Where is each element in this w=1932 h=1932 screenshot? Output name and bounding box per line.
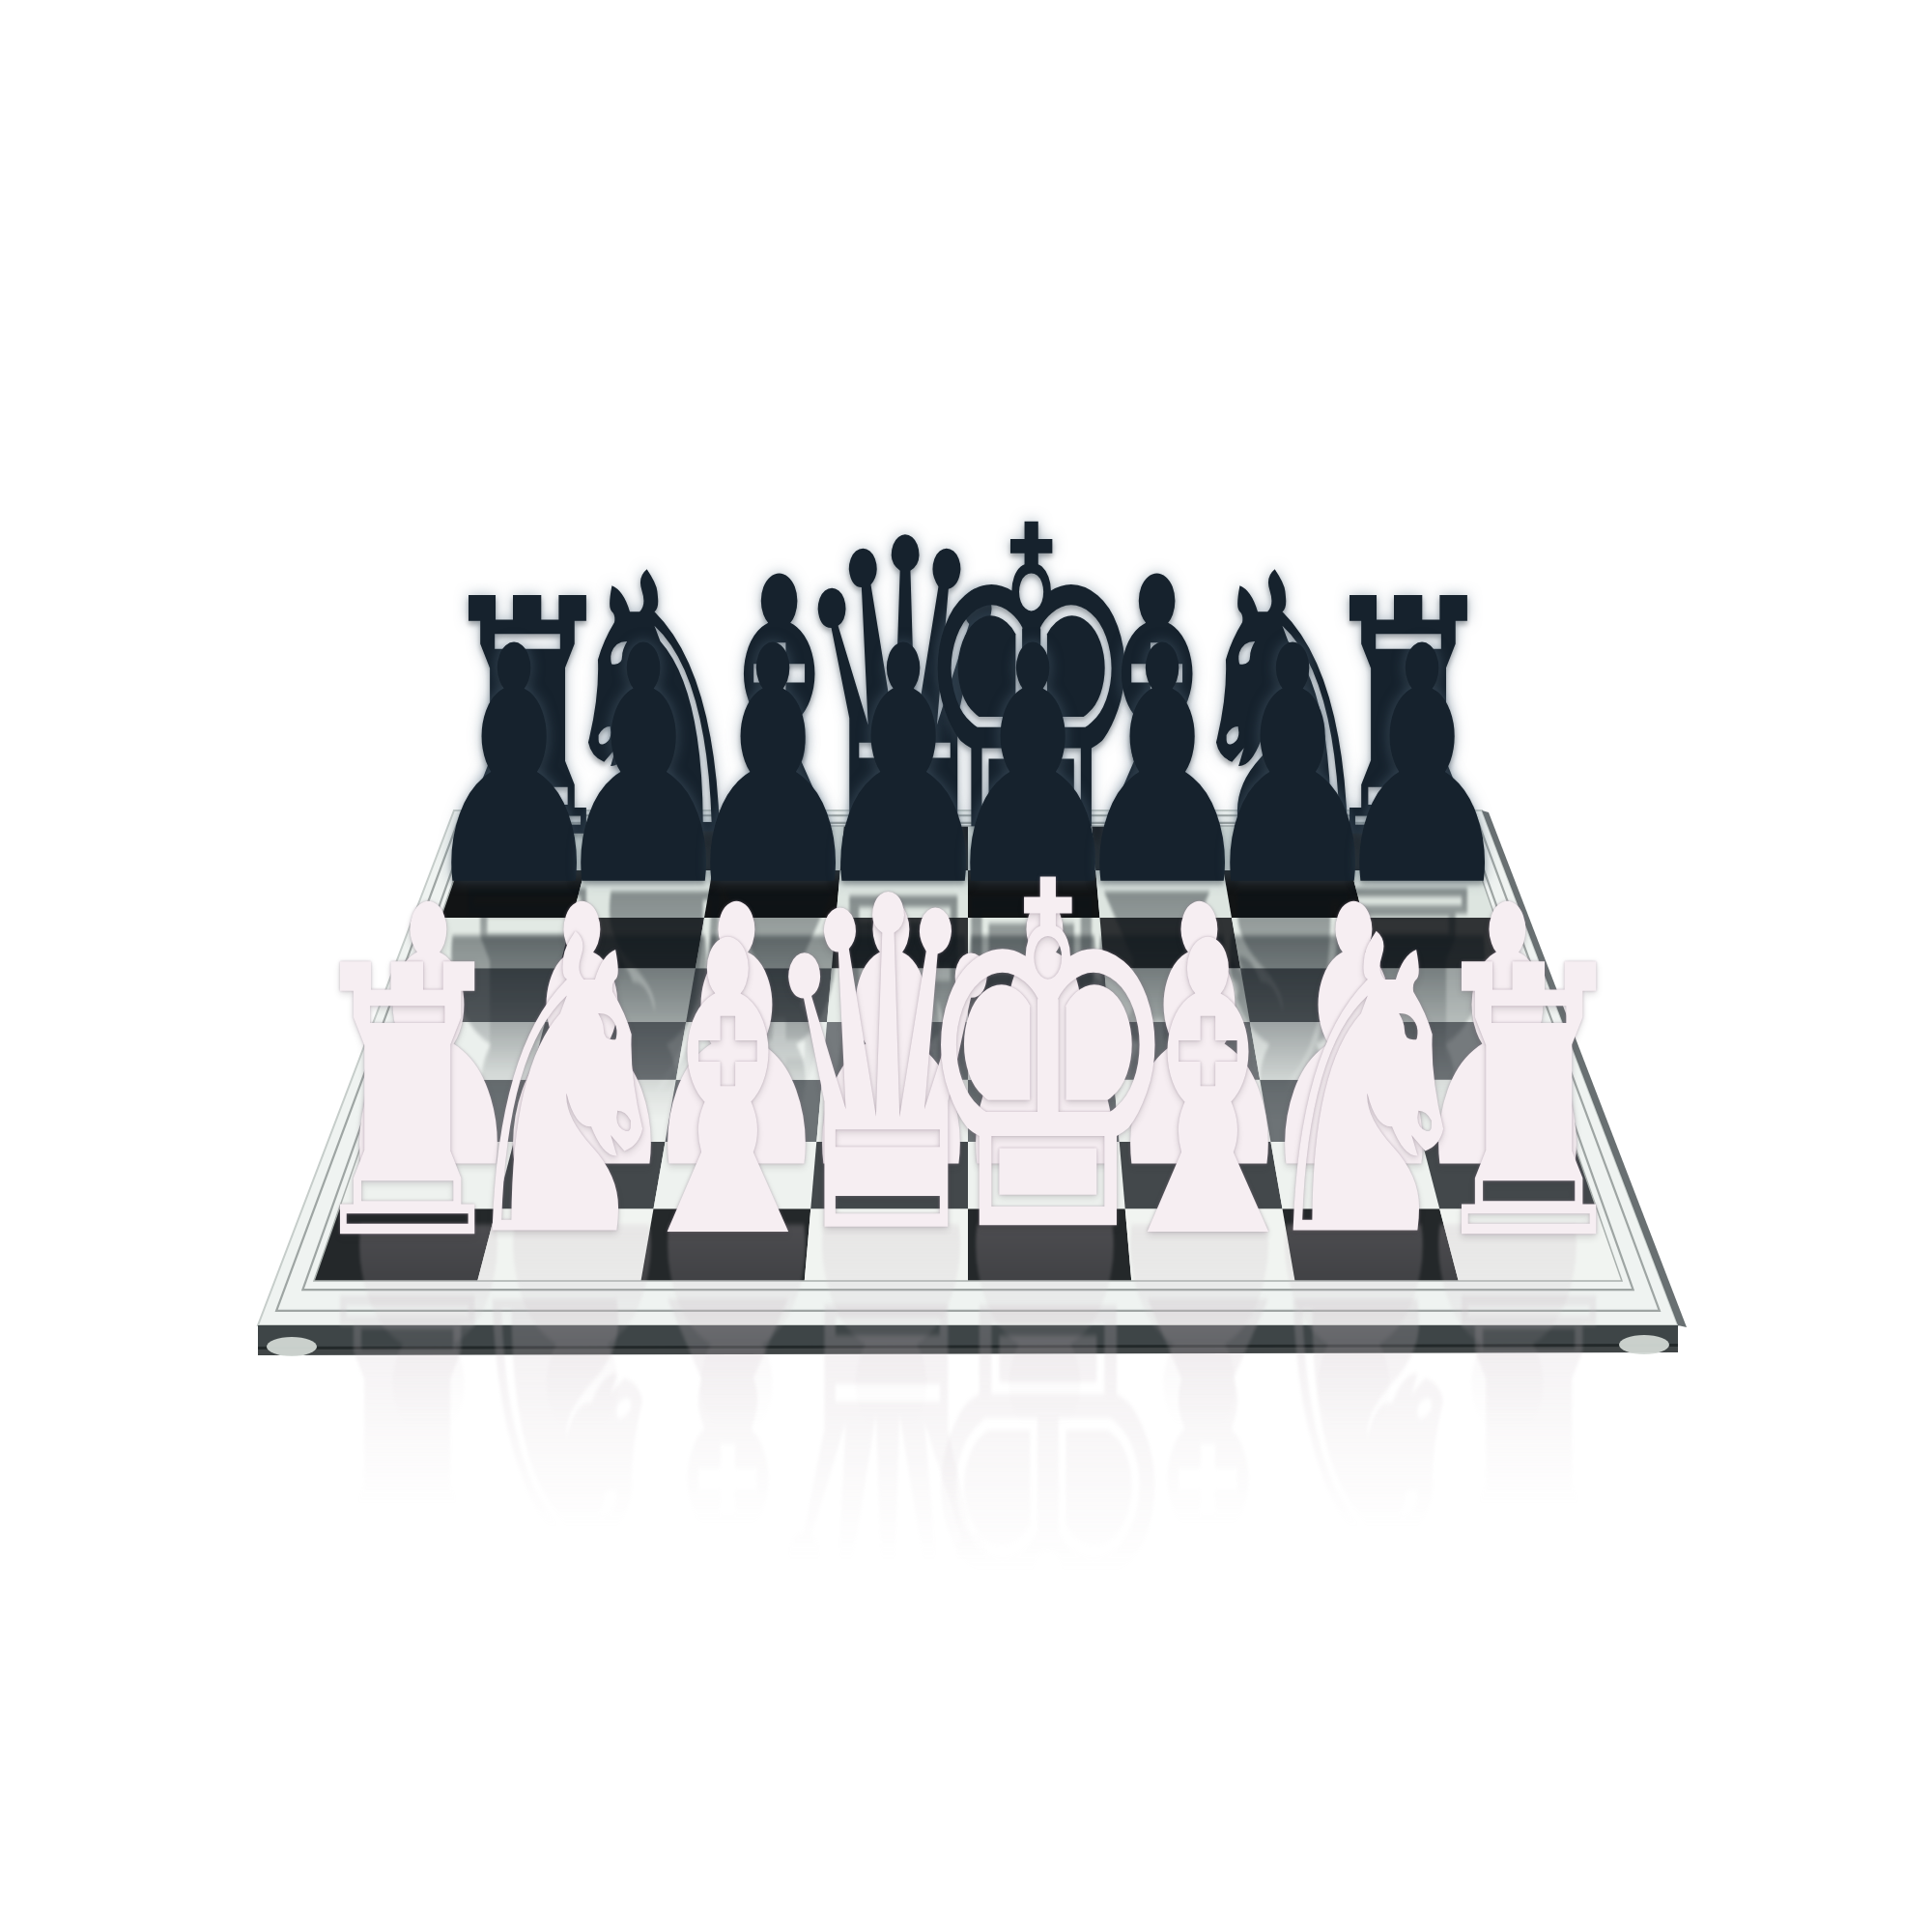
square-c2 (654, 1142, 817, 1208)
square-f2 (1120, 1142, 1283, 1208)
square-d4 (822, 1022, 968, 1080)
square-c8 (713, 826, 844, 870)
glass-chess-set-photo: ♜♜♞♞♝♝♛♛♚♚♝♝♞♞♜♜♟♟♟♟♟♟♟♟♟♟♟♟♟♟♟♟♟♟♟♟♟♟♟♟… (0, 0, 1932, 1932)
square-f3 (1114, 1080, 1270, 1142)
square-c1 (641, 1208, 811, 1281)
square-b3 (514, 1080, 676, 1142)
square-g2 (1270, 1142, 1439, 1208)
square-a4 (384, 1022, 546, 1080)
square-e2 (968, 1142, 1125, 1208)
square-d2 (810, 1142, 968, 1208)
square-h7 (1351, 870, 1495, 918)
square-a7 (440, 870, 584, 918)
square-d3 (816, 1080, 968, 1142)
square-h6 (1363, 918, 1513, 968)
square-b8 (584, 826, 720, 870)
square-h5 (1377, 968, 1531, 1022)
square-g6 (1232, 918, 1377, 968)
square-a5 (404, 968, 558, 1022)
square-g1 (1282, 1208, 1458, 1281)
square-f5 (1104, 968, 1250, 1022)
square-h1 (1439, 1208, 1622, 1281)
square-d8 (840, 826, 968, 870)
board-foot-left (267, 1337, 317, 1356)
square-f1 (1125, 1208, 1295, 1281)
square-f4 (1109, 1022, 1260, 1080)
square-h8 (1340, 826, 1479, 870)
square-h2 (1422, 1142, 1597, 1208)
square-c6 (696, 918, 837, 968)
square-g5 (1240, 968, 1391, 1022)
square-f6 (1099, 918, 1240, 968)
square-e4 (968, 1022, 1114, 1080)
square-g8 (1215, 826, 1350, 870)
square-a1 (314, 1208, 497, 1281)
square-e5 (968, 968, 1109, 1022)
square-b6 (559, 918, 704, 968)
square-b2 (497, 1142, 666, 1208)
square-g4 (1250, 1022, 1406, 1080)
square-f8 (1092, 826, 1223, 870)
square-b4 (530, 1022, 687, 1080)
square-e3 (968, 1080, 1120, 1142)
square-c5 (686, 968, 832, 1022)
square-e6 (968, 918, 1104, 968)
square-g3 (1260, 1080, 1422, 1142)
square-g7 (1223, 870, 1363, 918)
square-e8 (968, 826, 1095, 870)
square-a8 (457, 826, 596, 870)
square-d7 (837, 870, 968, 918)
square-d6 (832, 918, 968, 968)
square-h3 (1406, 1080, 1574, 1142)
square-c7 (704, 870, 840, 918)
square-a2 (339, 1142, 514, 1208)
square-f7 (1095, 870, 1232, 918)
square-d5 (827, 968, 968, 1022)
square-b5 (545, 968, 696, 1022)
square-c4 (676, 1022, 827, 1080)
square-e7 (968, 870, 1099, 918)
square-c3 (666, 1080, 822, 1142)
board-foot-right (1619, 1335, 1669, 1354)
square-e1 (968, 1208, 1131, 1281)
square-d1 (805, 1208, 968, 1281)
square-a6 (423, 918, 573, 968)
square-h4 (1391, 1022, 1552, 1080)
square-b7 (573, 870, 713, 918)
chess-board (0, 0, 1932, 1932)
square-b1 (477, 1208, 653, 1281)
square-a3 (362, 1080, 530, 1142)
